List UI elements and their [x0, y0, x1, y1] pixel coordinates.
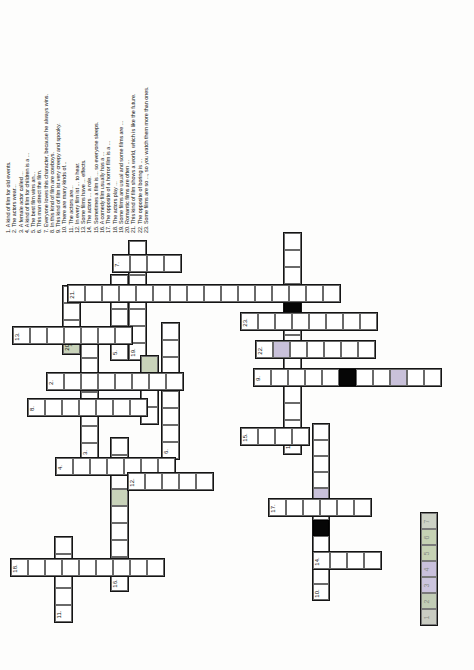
- letter-cell[interactable]: [258, 313, 275, 330]
- clue-number-label: 11.: [56, 607, 63, 623]
- letter-cell[interactable]: [286, 499, 303, 516]
- letter-cell[interactable]: [85, 285, 102, 302]
- solution-box-number: 7: [423, 520, 430, 524]
- letter-cell[interactable]: [347, 552, 364, 569]
- word-strip-18: 18.: [10, 558, 165, 577]
- clue-items: 1. A kind of film for old events.2. The …: [5, 58, 149, 233]
- letter-cell[interactable]: [147, 255, 164, 272]
- letter-cell[interactable]: [343, 313, 360, 330]
- letter-cell[interactable]: [30, 327, 47, 344]
- letter-cell[interactable]: [407, 369, 424, 386]
- letter-cell[interactable]: [81, 426, 98, 443]
- word-strip-8: 8.: [27, 398, 148, 417]
- letter-cell[interactable]: [130, 255, 147, 272]
- letter-cell[interactable]: [324, 341, 341, 358]
- letter-cell[interactable]: [360, 313, 377, 330]
- letter-cell[interactable]: 23.: [241, 313, 258, 330]
- solution-letter-box[interactable]: 6: [421, 529, 437, 545]
- letter-cell[interactable]: [96, 399, 113, 416]
- letter-cell[interactable]: [113, 559, 130, 576]
- letter-cell[interactable]: [290, 341, 307, 358]
- letter-cell[interactable]: [45, 399, 62, 416]
- letter-cell[interactable]: 10.: [313, 584, 329, 600]
- solution-box-number: 6: [423, 536, 430, 540]
- letter-cell[interactable]: [164, 255, 181, 272]
- letter-cell[interactable]: [313, 440, 329, 456]
- letter-cell[interactable]: [63, 303, 80, 320]
- solution-box-number: 3: [423, 584, 430, 588]
- letter-cell[interactable]: [111, 489, 128, 506]
- letter-cell[interactable]: [322, 369, 339, 386]
- letter-cell[interactable]: [62, 399, 79, 416]
- letter-cell[interactable]: [323, 285, 340, 302]
- letter-cell[interactable]: [162, 408, 179, 425]
- letter-cell[interactable]: [288, 369, 305, 386]
- letter-cell[interactable]: [284, 267, 301, 284]
- letter-cell[interactable]: [284, 403, 301, 420]
- letter-cell[interactable]: [358, 341, 375, 358]
- letter-cell[interactable]: [313, 536, 329, 552]
- letter-cell[interactable]: [64, 327, 81, 344]
- solution-letter-box[interactable]: 1: [421, 609, 437, 625]
- letter-cell[interactable]: [330, 552, 347, 569]
- letter-cell[interactable]: [303, 499, 320, 516]
- solution-letter-box[interactable]: 4: [421, 561, 437, 577]
- word-strip-23: 23.: [240, 312, 378, 331]
- clue-number-label: 23.: [242, 315, 249, 331]
- letter-cell[interactable]: 4.: [56, 458, 73, 475]
- letter-cell[interactable]: [115, 373, 132, 390]
- clue-number-label: 18.: [12, 561, 19, 577]
- word-strip-2: 2.: [46, 372, 184, 391]
- letter-cell[interactable]: [284, 386, 301, 403]
- letter-cell[interactable]: [179, 473, 196, 490]
- clue-number-label: 10.: [314, 586, 321, 602]
- letter-cell[interactable]: [313, 472, 329, 488]
- clue-number-label: 13.: [14, 329, 21, 345]
- word-strip-13: 13.: [12, 326, 133, 345]
- letter-cell[interactable]: [272, 285, 289, 302]
- letter-cell[interactable]: [284, 233, 301, 250]
- solution-letter-box[interactable]: 2: [421, 593, 437, 609]
- letter-cell[interactable]: [305, 369, 322, 386]
- letter-cell[interactable]: [145, 473, 162, 490]
- letter-cell[interactable]: [153, 285, 170, 302]
- letter-cell[interactable]: [354, 499, 371, 516]
- letter-cell[interactable]: [162, 425, 179, 442]
- letter-cell[interactable]: [364, 552, 381, 569]
- letter-cell[interactable]: [258, 428, 275, 445]
- clue-list-rotated-text: 1. A kind of film for old events.2. The …: [5, 58, 160, 233]
- letter-cell[interactable]: 5.: [111, 343, 128, 360]
- letter-cell[interactable]: [28, 559, 45, 576]
- letter-cell[interactable]: [337, 499, 354, 516]
- letter-cell[interactable]: 9.: [254, 369, 271, 386]
- letter-cell[interactable]: [130, 559, 147, 576]
- letter-cell[interactable]: [79, 399, 96, 416]
- letter-cell[interactable]: [204, 285, 221, 302]
- letter-cell[interactable]: [313, 424, 329, 440]
- letter-cell[interactable]: [111, 309, 128, 326]
- letter-cell[interactable]: [275, 313, 292, 330]
- letter-cell[interactable]: [102, 285, 119, 302]
- clue-number-label: 5.: [112, 345, 119, 361]
- letter-cell[interactable]: [162, 340, 179, 357]
- letter-cell[interactable]: [306, 285, 323, 302]
- letter-cell[interactable]: [81, 373, 98, 390]
- word-strip-15: 15.: [240, 427, 310, 446]
- letter-cell[interactable]: [79, 559, 96, 576]
- word-strip-12: 12.: [127, 472, 214, 491]
- letter-cell[interactable]: [141, 356, 158, 373]
- word-strip-9: 9.: [253, 368, 442, 387]
- clue-number-label: 2.: [48, 375, 55, 391]
- letter-cell[interactable]: 17.: [269, 499, 286, 516]
- letter-cell[interactable]: [292, 313, 309, 330]
- letter-cell[interactable]: [73, 458, 90, 475]
- letter-cell[interactable]: [47, 327, 64, 344]
- letter-cell[interactable]: [166, 373, 183, 390]
- clue-number-label: 15.: [242, 430, 249, 446]
- separator-cell: [313, 520, 329, 536]
- word-strip-11: 11.: [54, 536, 73, 623]
- letter-cell[interactable]: [55, 588, 72, 605]
- letter-cell[interactable]: [275, 428, 292, 445]
- letter-cell[interactable]: [132, 373, 149, 390]
- clue-number-label: 17.: [270, 501, 277, 517]
- clue-number-label: 16.: [112, 576, 119, 592]
- letter-cell[interactable]: [313, 456, 329, 472]
- clue-item: 23. Some films are so ..., so you watch …: [143, 58, 149, 233]
- letter-cell[interactable]: 8.: [28, 399, 45, 416]
- letter-cell[interactable]: [119, 285, 136, 302]
- separator-cell: [339, 369, 356, 386]
- letter-cell[interactable]: [55, 537, 72, 554]
- letter-cell[interactable]: 21.: [68, 285, 85, 302]
- letter-cell[interactable]: [107, 458, 124, 475]
- solution-box-number: 5: [423, 552, 430, 556]
- letter-cell[interactable]: 12.: [128, 473, 145, 490]
- letter-cell[interactable]: 2.: [47, 373, 64, 390]
- word-strip-21: 21.: [67, 284, 341, 303]
- letter-cell[interactable]: [96, 559, 113, 576]
- solution-box-number: 1: [423, 616, 430, 620]
- letter-cell[interactable]: [111, 540, 128, 557]
- letter-cell[interactable]: [356, 369, 373, 386]
- letter-cell[interactable]: [111, 523, 128, 540]
- letter-cell[interactable]: [129, 309, 146, 326]
- letter-cell[interactable]: [326, 313, 343, 330]
- letter-cell[interactable]: [341, 341, 358, 358]
- solution-box-number: 4: [423, 568, 430, 572]
- letter-cell[interactable]: [255, 285, 272, 302]
- letter-cell[interactable]: [424, 369, 441, 386]
- word-strip-6: 6.: [161, 322, 180, 460]
- letter-cell[interactable]: [98, 327, 115, 344]
- clue-list: 1. A kind of film for old events.2. The …: [5, 58, 160, 233]
- letter-cell[interactable]: [113, 399, 130, 416]
- clue-number-label: 14.: [314, 554, 321, 570]
- scanned-crossword-page: 1. A kind of film for old events.2. The …: [0, 0, 474, 670]
- letter-cell[interactable]: [149, 373, 166, 390]
- letter-cell[interactable]: [162, 391, 179, 408]
- letter-cell[interactable]: 11.: [55, 605, 72, 622]
- letter-cell[interactable]: [147, 559, 164, 576]
- clue-number-label: 4.: [57, 460, 64, 476]
- letter-cell[interactable]: [111, 506, 128, 523]
- clue-number-label: 9.: [255, 371, 262, 387]
- clue-number-label: 21.: [69, 287, 76, 303]
- letter-cell[interactable]: [292, 428, 309, 445]
- clue-number-label: 7.: [114, 257, 121, 273]
- solution-letter-box[interactable]: 7: [421, 513, 437, 529]
- letter-cell[interactable]: [81, 327, 98, 344]
- letter-cell[interactable]: 22.: [256, 341, 273, 358]
- letter-cell[interactable]: [221, 285, 238, 302]
- letter-cell[interactable]: [45, 559, 62, 576]
- word-strip-22: 22.: [255, 340, 376, 359]
- word-strip-17: 17.: [268, 498, 372, 517]
- letter-cell[interactable]: [98, 373, 115, 390]
- letter-cell[interactable]: [309, 313, 326, 330]
- letter-cell[interactable]: [136, 285, 153, 302]
- solution-letter-box[interactable]: 3: [421, 577, 437, 593]
- letter-cell[interactable]: [64, 373, 81, 390]
- letter-cell[interactable]: 13.: [13, 327, 30, 344]
- letter-cell[interactable]: [62, 559, 79, 576]
- letter-cell[interactable]: [196, 473, 213, 490]
- solution-word-boxes: 7654321: [420, 512, 438, 626]
- word-strip-7: 7.: [112, 254, 182, 273]
- letter-cell[interactable]: [238, 285, 255, 302]
- letter-cell[interactable]: [130, 399, 147, 416]
- letter-cell[interactable]: [90, 458, 107, 475]
- letter-cell[interactable]: [170, 285, 187, 302]
- letter-cell[interactable]: [289, 285, 306, 302]
- letter-cell[interactable]: 14.: [313, 552, 330, 569]
- word-strip-14: 14.: [312, 551, 382, 570]
- clue-number-label: 19.: [130, 345, 137, 361]
- letter-cell[interactable]: [273, 341, 290, 358]
- letter-cell[interactable]: [111, 438, 128, 455]
- letter-cell[interactable]: [320, 499, 337, 516]
- letter-cell[interactable]: 18.: [11, 559, 28, 576]
- clue-number-label: 8.: [29, 401, 36, 417]
- letter-cell[interactable]: [313, 568, 329, 584]
- letter-cell[interactable]: 7.: [113, 255, 130, 272]
- letter-cell[interactable]: [162, 473, 179, 490]
- solution-letter-box[interactable]: 5: [421, 545, 437, 561]
- letter-cell[interactable]: [187, 285, 204, 302]
- letter-cell[interactable]: [373, 369, 390, 386]
- clue-number-label: 22.: [257, 343, 264, 359]
- letter-cell[interactable]: [307, 341, 324, 358]
- clue-number-label: 12.: [129, 475, 136, 491]
- letter-cell[interactable]: [162, 323, 179, 340]
- solution-box-number: 2: [423, 600, 430, 604]
- letter-cell[interactable]: [284, 250, 301, 267]
- letter-cell[interactable]: [390, 369, 407, 386]
- letter-cell[interactable]: 15.: [241, 428, 258, 445]
- letter-cell[interactable]: [115, 327, 132, 344]
- letter-cell[interactable]: [271, 369, 288, 386]
